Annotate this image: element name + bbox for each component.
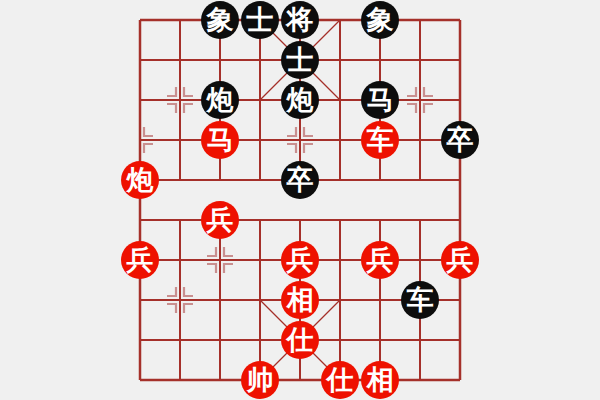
- piece-red-horse[interactable]: 马: [201, 121, 239, 159]
- piece-black-general[interactable]: 将: [281, 1, 319, 39]
- piece-red-elephant[interactable]: 相: [281, 281, 319, 319]
- piece-red-advisor[interactable]: 仕: [281, 321, 319, 359]
- piece-red-advisor[interactable]: 仕: [321, 361, 359, 399]
- piece-black-cannon[interactable]: 炮: [201, 81, 239, 119]
- piece-red-soldier[interactable]: 兵: [441, 241, 479, 279]
- piece-black-elephant[interactable]: 象: [361, 1, 399, 39]
- piece-red-soldier[interactable]: 兵: [121, 241, 159, 279]
- piece-black-advisor[interactable]: 士: [281, 41, 319, 79]
- piece-black-chariot[interactable]: 车: [401, 281, 439, 319]
- piece-red-soldier[interactable]: 兵: [361, 241, 399, 279]
- piece-black-soldier[interactable]: 卒: [281, 161, 319, 199]
- xiangqi-app: 象士将象士炮炮马马车卒炮卒兵兵兵兵兵相车仕帅仕相: [0, 0, 600, 400]
- piece-red-soldier[interactable]: 兵: [281, 241, 319, 279]
- piece-black-horse[interactable]: 马: [361, 81, 399, 119]
- xiangqi-board[interactable]: 象士将象士炮炮马马车卒炮卒兵兵兵兵兵相车仕帅仕相: [0, 0, 600, 400]
- piece-black-cannon[interactable]: 炮: [281, 81, 319, 119]
- piece-black-soldier[interactable]: 卒: [441, 121, 479, 159]
- piece-red-chariot[interactable]: 车: [361, 121, 399, 159]
- piece-red-cannon[interactable]: 炮: [121, 161, 159, 199]
- piece-red-elephant[interactable]: 相: [361, 361, 399, 399]
- pieces-layer: 象士将象士炮炮马马车卒炮卒兵兵兵兵兵相车仕帅仕相: [120, 0, 480, 400]
- piece-red-general[interactable]: 帅: [241, 361, 279, 399]
- piece-red-soldier[interactable]: 兵: [201, 201, 239, 239]
- piece-black-elephant[interactable]: 象: [201, 1, 239, 39]
- piece-black-advisor[interactable]: 士: [241, 1, 279, 39]
